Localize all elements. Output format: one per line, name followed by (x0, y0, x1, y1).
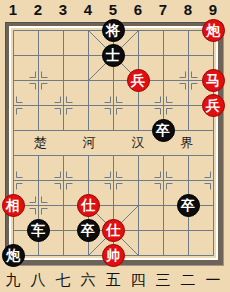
piece-glyph: 相 (6, 198, 20, 212)
red-soldier-2[interactable]: 兵 (202, 94, 225, 117)
black-soldier-1[interactable]: 卒 (152, 119, 175, 142)
bottom-coordinate-labels: 九 八 七 六 五 四 三 二 一 (1, 271, 225, 290)
file-label-top-2: 2 (26, 1, 50, 18)
piece-glyph: 卒 (156, 123, 170, 137)
river-char-jie: 界 (175, 133, 199, 153)
file-label-top-8: 8 (176, 1, 200, 18)
red-horse[interactable]: 马 (202, 69, 225, 92)
river-char-han: 汉 (126, 133, 150, 153)
file-label-top-7: 7 (151, 1, 175, 18)
file-label-bottom-6: 六 (76, 271, 100, 290)
piece-glyph: 兵 (206, 98, 220, 112)
red-soldier-1[interactable]: 兵 (127, 69, 150, 92)
piece-glyph: 兵 (131, 73, 145, 87)
file-label-top-9: 9 (201, 1, 225, 18)
black-soldier-2[interactable]: 卒 (177, 194, 200, 217)
file-label-bottom-3: 三 (151, 271, 175, 290)
piece-glyph: 车 (31, 223, 45, 237)
file-label-bottom-4: 四 (126, 271, 150, 290)
red-advisor-2[interactable]: 仕 (102, 219, 125, 242)
black-cannon[interactable]: 炮 (2, 244, 25, 267)
file-label-top-1: 1 (1, 1, 25, 18)
piece-glyph: 炮 (6, 248, 20, 262)
file-label-bottom-9: 九 (1, 271, 25, 290)
piece-glyph: 炮 (206, 23, 220, 37)
black-soldier-3[interactable]: 卒 (77, 219, 100, 242)
black-advisor[interactable]: 士 (102, 44, 125, 67)
black-general[interactable]: 将 (102, 19, 125, 42)
red-cannon[interactable]: 炮 (202, 19, 225, 42)
file-label-top-4: 4 (76, 1, 100, 18)
top-coordinate-labels: 1 2 3 4 5 6 7 8 9 (1, 1, 225, 18)
red-advisor-1[interactable]: 仕 (77, 194, 100, 217)
file-label-bottom-1: 一 (201, 271, 225, 290)
file-label-bottom-2: 二 (176, 271, 200, 290)
file-label-top-6: 6 (126, 1, 150, 18)
file-label-top-3: 3 (51, 1, 75, 18)
piece-glyph: 帅 (106, 248, 120, 262)
file-label-top-5: 5 (101, 1, 125, 18)
file-label-bottom-8: 八 (26, 271, 50, 290)
piece-glyph: 卒 (181, 198, 195, 212)
file-label-bottom-5: 五 (101, 271, 125, 290)
piece-glyph: 仕 (81, 198, 95, 212)
piece-glyph: 将 (106, 23, 120, 37)
xiangqi-board-screen: 1 2 3 4 5 6 7 8 9 楚 河 汉 界 将炮士兵马兵卒相仕卒车卒仕炮… (0, 0, 230, 292)
red-general[interactable]: 帅 (102, 244, 125, 267)
file-label-bottom-7: 七 (51, 271, 75, 290)
piece-glyph: 卒 (81, 223, 95, 237)
piece-glyph: 士 (106, 48, 120, 62)
piece-glyph: 马 (206, 73, 220, 87)
red-elephant[interactable]: 相 (2, 194, 25, 217)
river-char-chu: 楚 (28, 133, 52, 153)
piece-glyph: 仕 (106, 223, 120, 237)
river-char-he: 河 (77, 133, 101, 153)
black-chariot[interactable]: 车 (27, 219, 50, 242)
